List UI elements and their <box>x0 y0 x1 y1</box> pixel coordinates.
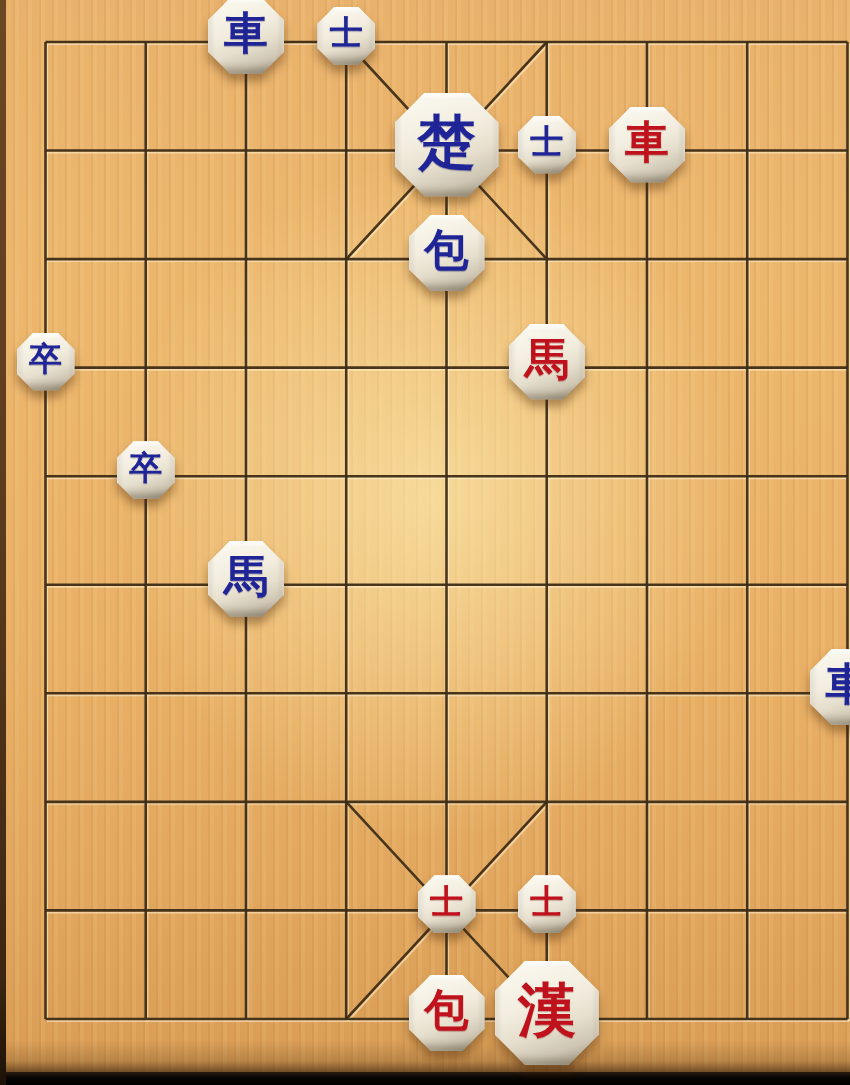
board-cell: 士 <box>497 856 597 965</box>
han-horse-glyph: 馬 <box>525 337 569 381</box>
han-advisor-glyph: 士 <box>530 885 563 918</box>
han-horse-tile: 馬 <box>509 324 585 400</box>
piece-cho-cannon[interactable]: 包 <box>409 215 485 291</box>
piece-han-general[interactable]: 漢 <box>495 961 599 1065</box>
board-cell: 車 <box>196 0 296 96</box>
cho-chariot-tile: 車 <box>208 0 284 74</box>
piece-cho-chariot[interactable]: 車 <box>208 0 284 74</box>
han-cannon-tile: 包 <box>409 975 485 1051</box>
han-general-tile: 漢 <box>495 961 599 1065</box>
piece-han-advisor[interactable]: 士 <box>518 875 576 933</box>
cho-chariot-glyph: 車 <box>826 662 850 706</box>
board-cell: 包 <box>396 205 496 314</box>
cho-cannon-tile: 包 <box>409 215 485 291</box>
board-cell: 馬 <box>196 530 296 639</box>
piece-cho-chariot[interactable]: 車 <box>810 649 850 725</box>
piece-layer: 車士楚士車包卒馬卒馬車士士包漢 <box>0 0 850 1073</box>
piece-cho-advisor[interactable]: 士 <box>317 7 375 65</box>
board-cell: 士 <box>497 96 597 205</box>
piece-cho-soldier[interactable]: 卒 <box>117 441 175 499</box>
cho-general-tile: 楚 <box>395 93 499 197</box>
cho-soldier-tile: 卒 <box>117 441 175 499</box>
cho-cannon-glyph: 包 <box>425 228 469 272</box>
cho-advisor-glyph: 士 <box>330 16 363 49</box>
board-cell: 卒 <box>0 313 96 422</box>
cho-general-glyph: 楚 <box>418 113 476 171</box>
board-cell: 士 <box>296 0 396 96</box>
cho-soldier-glyph: 卒 <box>29 342 62 375</box>
board-cell: 楚 <box>396 96 496 205</box>
board-cell: 車 <box>797 639 850 748</box>
piece-han-advisor[interactable]: 士 <box>418 875 476 933</box>
han-chariot-glyph: 車 <box>625 120 669 164</box>
piece-han-cannon[interactable]: 包 <box>409 975 485 1051</box>
cho-horse-glyph: 馬 <box>224 554 268 598</box>
han-chariot-tile: 車 <box>609 107 685 183</box>
piece-han-horse[interactable]: 馬 <box>509 324 585 400</box>
han-cannon-glyph: 包 <box>425 988 469 1032</box>
board-cell: 卒 <box>96 422 196 531</box>
piece-cho-horse[interactable]: 馬 <box>208 541 284 617</box>
han-general-glyph: 漢 <box>518 981 576 1039</box>
cho-chariot-glyph: 車 <box>224 11 268 55</box>
board-cell: 士 <box>396 856 496 965</box>
han-advisor-glyph: 士 <box>430 885 463 918</box>
piece-cho-soldier[interactable]: 卒 <box>17 333 75 391</box>
cho-advisor-glyph: 士 <box>530 125 563 158</box>
piece-cho-general[interactable]: 楚 <box>395 93 499 197</box>
han-advisor-tile: 士 <box>518 875 576 933</box>
cho-advisor-tile: 士 <box>518 116 576 174</box>
piece-han-chariot[interactable]: 車 <box>609 107 685 183</box>
board-cell: 漢 <box>497 965 597 1074</box>
board-cell: 包 <box>396 965 496 1074</box>
cho-advisor-tile: 士 <box>317 7 375 65</box>
table-background <box>0 1072 850 1085</box>
cho-horse-tile: 馬 <box>208 541 284 617</box>
cho-soldier-tile: 卒 <box>17 333 75 391</box>
janggi-app-screen: 車士楚士車包卒馬卒馬車士士包漢 <box>0 0 850 1085</box>
board-cell: 車 <box>597 96 697 205</box>
han-advisor-tile: 士 <box>418 875 476 933</box>
board-cell: 馬 <box>497 313 597 422</box>
cho-chariot-tile: 車 <box>810 649 850 725</box>
cho-soldier-glyph: 卒 <box>129 451 162 484</box>
piece-cho-advisor[interactable]: 士 <box>518 116 576 174</box>
